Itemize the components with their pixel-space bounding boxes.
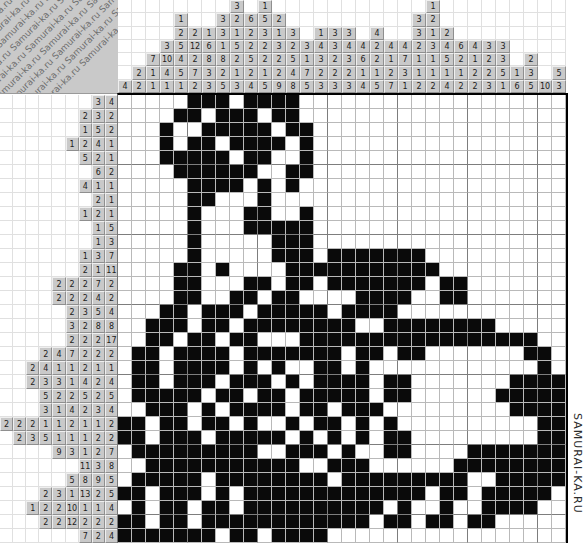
grid-cell-empty[interactable] — [538, 305, 552, 319]
grid-cell-filled[interactable] — [412, 319, 426, 333]
grid-cell-empty[interactable] — [160, 235, 174, 249]
grid-cell-filled[interactable] — [314, 375, 328, 389]
grid-cell-empty[interactable] — [314, 291, 328, 305]
grid-cell-empty[interactable] — [314, 109, 328, 123]
grid-cell-filled[interactable] — [202, 459, 216, 473]
grid-cell-empty[interactable] — [552, 361, 566, 375]
grid-cell-filled[interactable] — [398, 347, 412, 361]
grid-cell-filled[interactable] — [244, 431, 258, 445]
grid-cell-empty[interactable] — [216, 249, 230, 263]
grid-cell-empty[interactable] — [370, 361, 384, 375]
grid-cell-empty[interactable] — [370, 221, 384, 235]
grid-cell-empty[interactable] — [538, 249, 552, 263]
grid-cell-empty[interactable] — [118, 151, 132, 165]
grid-cell-filled[interactable] — [524, 347, 538, 361]
grid-cell-empty[interactable] — [510, 151, 524, 165]
grid-cell-filled[interactable] — [244, 515, 258, 529]
grid-cell-empty[interactable] — [468, 389, 482, 403]
grid-cell-empty[interactable] — [538, 333, 552, 347]
grid-cell-empty[interactable] — [118, 459, 132, 473]
grid-cell-empty[interactable] — [118, 277, 132, 291]
grid-cell-filled[interactable] — [552, 389, 566, 403]
grid-cell-filled[interactable] — [356, 487, 370, 501]
grid-cell-empty[interactable] — [398, 361, 412, 375]
grid-cell-empty[interactable] — [426, 417, 440, 431]
grid-cell-filled[interactable] — [468, 515, 482, 529]
grid-cell-filled[interactable] — [202, 361, 216, 375]
grid-cell-empty[interactable] — [440, 179, 454, 193]
grid-cell-empty[interactable] — [328, 403, 342, 417]
grid-cell-empty[interactable] — [468, 165, 482, 179]
grid-cell-filled[interactable] — [118, 431, 132, 445]
grid-cell-empty[interactable] — [356, 193, 370, 207]
grid-cell-empty[interactable] — [496, 137, 510, 151]
grid-cell-empty[interactable] — [412, 431, 426, 445]
grid-cell-empty[interactable] — [440, 193, 454, 207]
grid-cell-empty[interactable] — [552, 221, 566, 235]
grid-cell-filled[interactable] — [356, 501, 370, 515]
grid-cell-empty[interactable] — [482, 235, 496, 249]
grid-cell-filled[interactable] — [496, 459, 510, 473]
grid-cell-filled[interactable] — [384, 389, 398, 403]
grid-cell-empty[interactable] — [440, 305, 454, 319]
grid-cell-filled[interactable] — [286, 501, 300, 515]
grid-cell-empty[interactable] — [202, 389, 216, 403]
grid-cell-filled[interactable] — [160, 123, 174, 137]
grid-cell-empty[interactable] — [496, 263, 510, 277]
grid-cell-filled[interactable] — [538, 347, 552, 361]
grid-cell-filled[interactable] — [258, 459, 272, 473]
grid-cell-empty[interactable] — [440, 263, 454, 277]
grid-cell-filled[interactable] — [188, 347, 202, 361]
grid-cell-filled[interactable] — [482, 445, 496, 459]
grid-cell-empty[interactable] — [202, 249, 216, 263]
grid-cell-empty[interactable] — [384, 347, 398, 361]
grid-cell-empty[interactable] — [384, 529, 398, 543]
grid-cell-empty[interactable] — [132, 179, 146, 193]
grid-cell-filled[interactable] — [370, 333, 384, 347]
grid-cell-filled[interactable] — [300, 389, 314, 403]
grid-cell-filled[interactable] — [216, 179, 230, 193]
grid-cell-filled[interactable] — [188, 529, 202, 543]
grid-cell-empty[interactable] — [482, 431, 496, 445]
grid-cell-empty[interactable] — [552, 193, 566, 207]
grid-cell-empty[interactable] — [272, 193, 286, 207]
grid-cell-empty[interactable] — [160, 165, 174, 179]
grid-cell-empty[interactable] — [552, 305, 566, 319]
grid-cell-filled[interactable] — [524, 333, 538, 347]
grid-cell-empty[interactable] — [118, 319, 132, 333]
grid-cell-empty[interactable] — [272, 165, 286, 179]
grid-cell-empty[interactable] — [482, 291, 496, 305]
grid-cell-filled[interactable] — [454, 487, 468, 501]
grid-cell-empty[interactable] — [468, 151, 482, 165]
grid-cell-filled[interactable] — [174, 109, 188, 123]
grid-cell-empty[interactable] — [356, 95, 370, 109]
grid-cell-empty[interactable] — [370, 193, 384, 207]
grid-cell-filled[interactable] — [398, 333, 412, 347]
grid-cell-empty[interactable] — [426, 459, 440, 473]
grid-cell-empty[interactable] — [202, 263, 216, 277]
grid-cell-empty[interactable] — [524, 95, 538, 109]
grid-cell-filled[interactable] — [160, 431, 174, 445]
grid-cell-empty[interactable] — [146, 515, 160, 529]
grid-cell-filled[interactable] — [286, 417, 300, 431]
grid-cell-empty[interactable] — [118, 249, 132, 263]
grid-cell-filled[interactable] — [118, 417, 132, 431]
grid-cell-filled[interactable] — [482, 515, 496, 529]
grid-cell-filled[interactable] — [244, 207, 258, 221]
grid-cell-empty[interactable] — [412, 179, 426, 193]
grid-cell-filled[interactable] — [272, 515, 286, 529]
grid-cell-empty[interactable] — [272, 375, 286, 389]
grid-cell-filled[interactable] — [314, 263, 328, 277]
grid-cell-filled[interactable] — [160, 305, 174, 319]
grid-cell-filled[interactable] — [230, 109, 244, 123]
grid-cell-filled[interactable] — [426, 319, 440, 333]
grid-cell-empty[interactable] — [510, 249, 524, 263]
grid-cell-filled[interactable] — [258, 305, 272, 319]
grid-cell-empty[interactable] — [454, 263, 468, 277]
grid-cell-filled[interactable] — [496, 501, 510, 515]
grid-cell-empty[interactable] — [314, 249, 328, 263]
grid-cell-filled[interactable] — [188, 375, 202, 389]
grid-cell-filled[interactable] — [216, 389, 230, 403]
grid-cell-empty[interactable] — [118, 361, 132, 375]
grid-cell-empty[interactable] — [454, 95, 468, 109]
grid-cell-filled[interactable] — [258, 403, 272, 417]
grid-cell-filled[interactable] — [230, 165, 244, 179]
grid-cell-filled[interactable] — [174, 291, 188, 305]
grid-cell-empty[interactable] — [510, 193, 524, 207]
grid-cell-empty[interactable] — [538, 207, 552, 221]
grid-cell-empty[interactable] — [188, 417, 202, 431]
grid-cell-filled[interactable] — [188, 333, 202, 347]
grid-cell-empty[interactable] — [454, 417, 468, 431]
grid-cell-empty[interactable] — [146, 221, 160, 235]
grid-cell-filled[interactable] — [356, 249, 370, 263]
grid-cell-filled[interactable] — [244, 109, 258, 123]
grid-cell-filled[interactable] — [174, 501, 188, 515]
grid-cell-empty[interactable] — [482, 249, 496, 263]
grid-cell-empty[interactable] — [258, 529, 272, 543]
grid-cell-empty[interactable] — [524, 515, 538, 529]
grid-cell-filled[interactable] — [356, 515, 370, 529]
grid-cell-empty[interactable] — [440, 389, 454, 403]
grid-cell-empty[interactable] — [412, 361, 426, 375]
grid-cell-empty[interactable] — [230, 235, 244, 249]
grid-cell-empty[interactable] — [412, 165, 426, 179]
grid-cell-empty[interactable] — [370, 459, 384, 473]
grid-cell-filled[interactable] — [314, 389, 328, 403]
grid-cell-empty[interactable] — [482, 207, 496, 221]
grid-cell-empty[interactable] — [160, 347, 174, 361]
grid-cell-empty[interactable] — [272, 263, 286, 277]
grid-cell-filled[interactable] — [244, 319, 258, 333]
grid-cell-filled[interactable] — [258, 389, 272, 403]
grid-cell-empty[interactable] — [146, 179, 160, 193]
grid-cell-filled[interactable] — [286, 473, 300, 487]
grid-cell-empty[interactable] — [552, 165, 566, 179]
grid-cell-empty[interactable] — [496, 221, 510, 235]
grid-cell-empty[interactable] — [412, 235, 426, 249]
grid-cell-empty[interactable] — [244, 193, 258, 207]
grid-cell-empty[interactable] — [482, 375, 496, 389]
grid-cell-filled[interactable] — [370, 305, 384, 319]
grid-cell-filled[interactable] — [342, 487, 356, 501]
grid-cell-filled[interactable] — [230, 305, 244, 319]
grid-cell-empty[interactable] — [356, 221, 370, 235]
grid-cell-filled[interactable] — [538, 487, 552, 501]
grid-cell-filled[interactable] — [468, 333, 482, 347]
grid-cell-filled[interactable] — [342, 389, 356, 403]
grid-cell-empty[interactable] — [216, 529, 230, 543]
grid-cell-filled[interactable] — [244, 221, 258, 235]
grid-cell-empty[interactable] — [328, 529, 342, 543]
grid-cell-empty[interactable] — [384, 165, 398, 179]
grid-cell-empty[interactable] — [314, 193, 328, 207]
grid-cell-empty[interactable] — [314, 151, 328, 165]
grid-cell-empty[interactable] — [426, 277, 440, 291]
grid-cell-empty[interactable] — [118, 137, 132, 151]
grid-cell-empty[interactable] — [230, 487, 244, 501]
grid-cell-filled[interactable] — [300, 319, 314, 333]
grid-cell-filled[interactable] — [160, 403, 174, 417]
grid-cell-filled[interactable] — [230, 473, 244, 487]
grid-cell-empty[interactable] — [552, 249, 566, 263]
grid-cell-empty[interactable] — [482, 347, 496, 361]
grid-cell-empty[interactable] — [524, 235, 538, 249]
grid-cell-empty[interactable] — [188, 123, 202, 137]
grid-cell-filled[interactable] — [244, 417, 258, 431]
grid-cell-filled[interactable] — [118, 529, 132, 543]
grid-cell-empty[interactable] — [286, 151, 300, 165]
grid-cell-filled[interactable] — [286, 445, 300, 459]
grid-cell-empty[interactable] — [440, 249, 454, 263]
grid-cell-empty[interactable] — [454, 501, 468, 515]
grid-cell-empty[interactable] — [202, 109, 216, 123]
grid-cell-empty[interactable] — [202, 277, 216, 291]
grid-cell-empty[interactable] — [426, 347, 440, 361]
grid-cell-empty[interactable] — [552, 95, 566, 109]
grid-cell-empty[interactable] — [342, 137, 356, 151]
grid-cell-filled[interactable] — [174, 305, 188, 319]
grid-cell-empty[interactable] — [412, 501, 426, 515]
grid-cell-empty[interactable] — [384, 137, 398, 151]
grid-cell-filled[interactable] — [272, 305, 286, 319]
grid-cell-empty[interactable] — [132, 459, 146, 473]
grid-cell-empty[interactable] — [412, 305, 426, 319]
grid-cell-filled[interactable] — [370, 291, 384, 305]
grid-cell-filled[interactable] — [370, 263, 384, 277]
grid-cell-empty[interactable] — [454, 137, 468, 151]
grid-cell-empty[interactable] — [370, 123, 384, 137]
grid-cell-filled[interactable] — [454, 277, 468, 291]
grid-cell-empty[interactable] — [384, 193, 398, 207]
grid-cell-empty[interactable] — [258, 417, 272, 431]
grid-cell-empty[interactable] — [426, 179, 440, 193]
grid-cell-filled[interactable] — [160, 529, 174, 543]
grid-cell-filled[interactable] — [524, 445, 538, 459]
grid-cell-filled[interactable] — [370, 473, 384, 487]
grid-cell-filled[interactable] — [356, 277, 370, 291]
grid-cell-empty[interactable] — [384, 207, 398, 221]
grid-cell-empty[interactable] — [174, 179, 188, 193]
grid-cell-filled[interactable] — [188, 277, 202, 291]
grid-cell-filled[interactable] — [286, 123, 300, 137]
grid-cell-empty[interactable] — [370, 109, 384, 123]
grid-cell-empty[interactable] — [552, 501, 566, 515]
grid-cell-empty[interactable] — [370, 95, 384, 109]
grid-cell-empty[interactable] — [398, 95, 412, 109]
grid-cell-empty[interactable] — [384, 123, 398, 137]
grid-cell-filled[interactable] — [496, 333, 510, 347]
grid-cell-empty[interactable] — [300, 459, 314, 473]
grid-cell-empty[interactable] — [230, 207, 244, 221]
grid-cell-filled[interactable] — [384, 333, 398, 347]
grid-cell-filled[interactable] — [160, 473, 174, 487]
grid-cell-filled[interactable] — [188, 109, 202, 123]
grid-cell-filled[interactable] — [202, 417, 216, 431]
grid-cell-empty[interactable] — [440, 431, 454, 445]
grid-cell-empty[interactable] — [216, 193, 230, 207]
grid-cell-empty[interactable] — [468, 235, 482, 249]
grid-cell-filled[interactable] — [510, 473, 524, 487]
grid-cell-filled[interactable] — [244, 165, 258, 179]
grid-cell-empty[interactable] — [342, 221, 356, 235]
grid-cell-filled[interactable] — [244, 137, 258, 151]
grid-cell-filled[interactable] — [244, 529, 258, 543]
grid-cell-filled[interactable] — [230, 333, 244, 347]
grid-cell-empty[interactable] — [426, 151, 440, 165]
grid-cell-filled[interactable] — [132, 473, 146, 487]
grid-cell-empty[interactable] — [426, 235, 440, 249]
grid-cell-empty[interactable] — [328, 179, 342, 193]
grid-cell-empty[interactable] — [146, 263, 160, 277]
grid-cell-filled[interactable] — [356, 291, 370, 305]
grid-cell-filled[interactable] — [188, 95, 202, 109]
grid-cell-filled[interactable] — [314, 319, 328, 333]
grid-cell-empty[interactable] — [496, 151, 510, 165]
grid-cell-empty[interactable] — [538, 235, 552, 249]
grid-cell-filled[interactable] — [510, 487, 524, 501]
grid-cell-filled[interactable] — [370, 487, 384, 501]
grid-cell-filled[interactable] — [160, 445, 174, 459]
grid-cell-empty[interactable] — [552, 263, 566, 277]
grid-cell-filled[interactable] — [412, 263, 426, 277]
grid-cell-empty[interactable] — [440, 347, 454, 361]
grid-cell-filled[interactable] — [552, 431, 566, 445]
grid-cell-filled[interactable] — [510, 501, 524, 515]
grid-cell-filled[interactable] — [356, 333, 370, 347]
grid-cell-empty[interactable] — [552, 137, 566, 151]
grid-cell-filled[interactable] — [272, 249, 286, 263]
grid-cell-empty[interactable] — [258, 263, 272, 277]
grid-cell-empty[interactable] — [160, 263, 174, 277]
grid-cell-empty[interactable] — [524, 221, 538, 235]
grid-cell-empty[interactable] — [146, 431, 160, 445]
grid-cell-empty[interactable] — [538, 137, 552, 151]
grid-cell-empty[interactable] — [510, 137, 524, 151]
grid-cell-empty[interactable] — [426, 221, 440, 235]
grid-cell-empty[interactable] — [118, 375, 132, 389]
grid-cell-empty[interactable] — [440, 221, 454, 235]
grid-cell-empty[interactable] — [440, 151, 454, 165]
grid-cell-filled[interactable] — [328, 501, 342, 515]
grid-cell-empty[interactable] — [356, 179, 370, 193]
grid-cell-empty[interactable] — [482, 151, 496, 165]
grid-cell-empty[interactable] — [482, 417, 496, 431]
grid-cell-filled[interactable] — [188, 151, 202, 165]
grid-cell-empty[interactable] — [174, 333, 188, 347]
grid-cell-filled[interactable] — [174, 515, 188, 529]
grid-cell-filled[interactable] — [174, 277, 188, 291]
grid-cell-empty[interactable] — [524, 249, 538, 263]
grid-cell-empty[interactable] — [538, 109, 552, 123]
grid-cell-filled[interactable] — [300, 249, 314, 263]
grid-cell-empty[interactable] — [314, 431, 328, 445]
grid-cell-filled[interactable] — [216, 417, 230, 431]
grid-cell-filled[interactable] — [230, 291, 244, 305]
grid-cell-empty[interactable] — [398, 459, 412, 473]
grid-cell-filled[interactable] — [174, 165, 188, 179]
grid-cell-empty[interactable] — [216, 221, 230, 235]
grid-cell-empty[interactable] — [426, 291, 440, 305]
grid-cell-filled[interactable] — [398, 473, 412, 487]
grid-cell-filled[interactable] — [272, 403, 286, 417]
grid-cell-filled[interactable] — [524, 389, 538, 403]
grid-cell-filled[interactable] — [510, 459, 524, 473]
grid-cell-empty[interactable] — [412, 375, 426, 389]
grid-cell-filled[interactable] — [356, 431, 370, 445]
grid-cell-empty[interactable] — [412, 193, 426, 207]
grid-cell-empty[interactable] — [510, 109, 524, 123]
grid-cell-empty[interactable] — [454, 179, 468, 193]
grid-cell-empty[interactable] — [342, 207, 356, 221]
grid-cell-empty[interactable] — [552, 151, 566, 165]
grid-cell-filled[interactable] — [160, 151, 174, 165]
grid-cell-filled[interactable] — [510, 445, 524, 459]
grid-cell-empty[interactable] — [146, 291, 160, 305]
grid-cell-filled[interactable] — [202, 123, 216, 137]
grid-cell-empty[interactable] — [370, 319, 384, 333]
grid-cell-filled[interactable] — [286, 459, 300, 473]
grid-cell-empty[interactable] — [132, 151, 146, 165]
grid-cell-filled[interactable] — [174, 319, 188, 333]
grid-cell-empty[interactable] — [160, 109, 174, 123]
grid-cell-filled[interactable] — [356, 389, 370, 403]
grid-cell-empty[interactable] — [510, 221, 524, 235]
grid-cell-filled[interactable] — [258, 179, 272, 193]
grid-cell-filled[interactable] — [328, 487, 342, 501]
grid-cell-empty[interactable] — [524, 291, 538, 305]
grid-cell-filled[interactable] — [258, 277, 272, 291]
grid-cell-filled[interactable] — [146, 389, 160, 403]
grid-cell-empty[interactable] — [118, 207, 132, 221]
grid-cell-empty[interactable] — [510, 515, 524, 529]
grid-cell-filled[interactable] — [300, 529, 314, 543]
grid-cell-empty[interactable] — [342, 151, 356, 165]
grid-cell-filled[interactable] — [440, 291, 454, 305]
grid-cell-filled[interactable] — [202, 501, 216, 515]
grid-cell-filled[interactable] — [342, 249, 356, 263]
grid-cell-empty[interactable] — [482, 165, 496, 179]
grid-cell-empty[interactable] — [314, 165, 328, 179]
grid-cell-empty[interactable] — [510, 319, 524, 333]
grid-cell-empty[interactable] — [538, 263, 552, 277]
grid-cell-empty[interactable] — [398, 529, 412, 543]
grid-cell-filled[interactable] — [412, 249, 426, 263]
